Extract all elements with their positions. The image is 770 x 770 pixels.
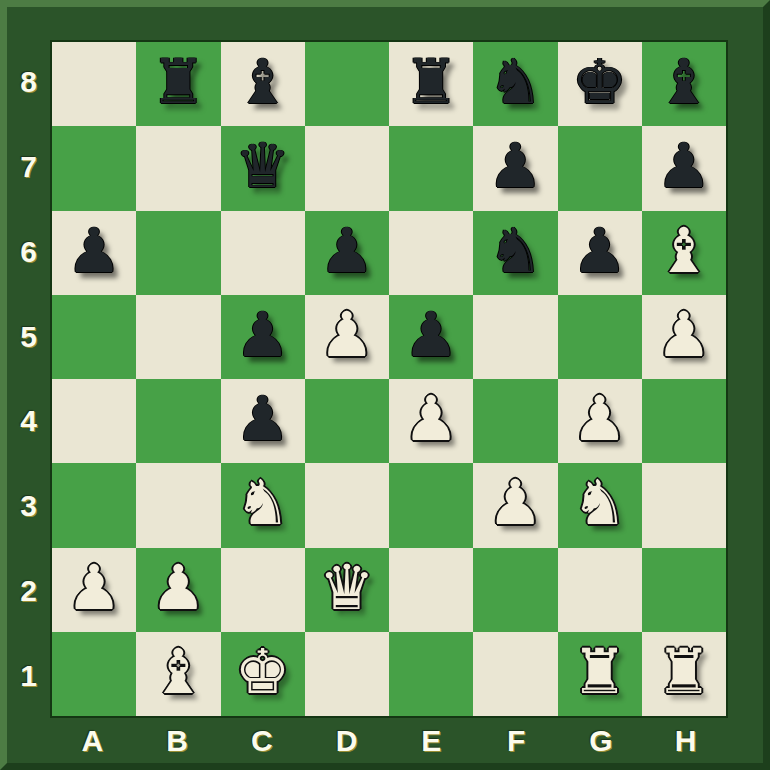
square-f1[interactable] bbox=[473, 632, 557, 716]
black-pawn-g6[interactable]: ♟ bbox=[572, 220, 628, 282]
rank-label-8: 8 bbox=[7, 40, 50, 125]
square-e7[interactable] bbox=[389, 126, 473, 210]
white-pawn-a2[interactable]: ♟ bbox=[66, 557, 122, 619]
square-f4[interactable] bbox=[473, 379, 557, 463]
square-g5[interactable] bbox=[558, 295, 642, 379]
white-rook-g1[interactable]: ♜ bbox=[572, 641, 628, 703]
rank-label-7: 7 bbox=[7, 125, 50, 210]
black-king-g8[interactable]: ♚ bbox=[572, 51, 628, 113]
square-b4[interactable] bbox=[136, 379, 220, 463]
square-c6[interactable] bbox=[221, 211, 305, 295]
square-a5[interactable] bbox=[52, 295, 136, 379]
square-b6[interactable] bbox=[136, 211, 220, 295]
black-rook-e8[interactable]: ♜ bbox=[403, 51, 459, 113]
white-knight-c3[interactable]: ♞ bbox=[235, 472, 291, 534]
rank-label-6: 6 bbox=[7, 210, 50, 295]
file-label-b: B bbox=[135, 718, 220, 763]
square-f6[interactable]: ♞ bbox=[473, 211, 557, 295]
square-d3[interactable] bbox=[305, 463, 389, 547]
chess-board: ♜♝♜♞♚♝♛♟♟♟♟♞♟♝♟♟♟♟♟♟♟♞♟♞♟♟♛♝♚♜♜ bbox=[50, 40, 728, 718]
black-knight-f8[interactable]: ♞ bbox=[488, 51, 544, 113]
square-h1[interactable]: ♜ bbox=[642, 632, 726, 716]
file-label-d: D bbox=[304, 718, 389, 763]
square-e2[interactable] bbox=[389, 548, 473, 632]
white-knight-g3[interactable]: ♞ bbox=[572, 472, 628, 534]
square-h3[interactable] bbox=[642, 463, 726, 547]
file-label-f: F bbox=[474, 718, 559, 763]
white-king-c1[interactable]: ♚ bbox=[235, 641, 291, 703]
square-f2[interactable] bbox=[473, 548, 557, 632]
white-pawn-b2[interactable]: ♟ bbox=[151, 557, 207, 619]
black-pawn-d6[interactable]: ♟ bbox=[319, 220, 375, 282]
square-h5[interactable]: ♟ bbox=[642, 295, 726, 379]
white-pawn-e4[interactable]: ♟ bbox=[403, 388, 459, 450]
square-g1[interactable]: ♜ bbox=[558, 632, 642, 716]
rank-label-2: 2 bbox=[7, 549, 50, 634]
square-g7[interactable] bbox=[558, 126, 642, 210]
white-pawn-g4[interactable]: ♟ bbox=[572, 388, 628, 450]
square-f7[interactable]: ♟ bbox=[473, 126, 557, 210]
square-h7[interactable]: ♟ bbox=[642, 126, 726, 210]
square-b7[interactable] bbox=[136, 126, 220, 210]
square-b5[interactable] bbox=[136, 295, 220, 379]
file-labels: A B C D E F G H bbox=[50, 718, 728, 763]
rank-label-5: 5 bbox=[7, 294, 50, 379]
square-f5[interactable] bbox=[473, 295, 557, 379]
square-h2[interactable] bbox=[642, 548, 726, 632]
black-queen-c7[interactable]: ♛ bbox=[235, 135, 291, 197]
white-bishop-b1[interactable]: ♝ bbox=[151, 641, 207, 703]
square-d2[interactable]: ♛ bbox=[305, 548, 389, 632]
black-pawn-e5[interactable]: ♟ bbox=[403, 304, 459, 366]
square-b1[interactable]: ♝ bbox=[136, 632, 220, 716]
square-a2[interactable]: ♟ bbox=[52, 548, 136, 632]
black-pawn-a6[interactable]: ♟ bbox=[66, 220, 122, 282]
square-h6[interactable]: ♝ bbox=[642, 211, 726, 295]
rank-label-3: 3 bbox=[7, 464, 50, 549]
square-b8[interactable]: ♜ bbox=[136, 42, 220, 126]
square-d8[interactable] bbox=[305, 42, 389, 126]
file-label-g: G bbox=[559, 718, 644, 763]
square-e5[interactable]: ♟ bbox=[389, 295, 473, 379]
square-g6[interactable]: ♟ bbox=[558, 211, 642, 295]
rank-label-1: 1 bbox=[7, 633, 50, 718]
square-a8[interactable] bbox=[52, 42, 136, 126]
file-label-a: A bbox=[50, 718, 135, 763]
white-queen-d2[interactable]: ♛ bbox=[319, 557, 375, 619]
rank-label-4: 4 bbox=[7, 379, 50, 464]
square-a4[interactable] bbox=[52, 379, 136, 463]
square-e4[interactable]: ♟ bbox=[389, 379, 473, 463]
black-pawn-f7[interactable]: ♟ bbox=[488, 135, 544, 197]
square-e1[interactable] bbox=[389, 632, 473, 716]
square-d4[interactable] bbox=[305, 379, 389, 463]
square-e6[interactable] bbox=[389, 211, 473, 295]
black-pawn-c4[interactable]: ♟ bbox=[235, 388, 291, 450]
square-d7[interactable] bbox=[305, 126, 389, 210]
square-c7[interactable]: ♛ bbox=[221, 126, 305, 210]
white-pawn-h5[interactable]: ♟ bbox=[656, 304, 712, 366]
square-g4[interactable]: ♟ bbox=[558, 379, 642, 463]
black-pawn-c5[interactable]: ♟ bbox=[235, 304, 291, 366]
square-a6[interactable]: ♟ bbox=[52, 211, 136, 295]
square-e8[interactable]: ♜ bbox=[389, 42, 473, 126]
square-c4[interactable]: ♟ bbox=[221, 379, 305, 463]
square-d1[interactable] bbox=[305, 632, 389, 716]
square-h8[interactable]: ♝ bbox=[642, 42, 726, 126]
rank-labels: 8 7 6 5 4 3 2 1 bbox=[7, 40, 50, 718]
file-label-c: C bbox=[220, 718, 305, 763]
black-pawn-h7[interactable]: ♟ bbox=[656, 135, 712, 197]
black-bishop-h8[interactable]: ♝ bbox=[656, 51, 712, 113]
file-label-h: H bbox=[643, 718, 728, 763]
square-d5[interactable]: ♟ bbox=[305, 295, 389, 379]
white-pawn-d5[interactable]: ♟ bbox=[319, 304, 375, 366]
square-a3[interactable] bbox=[52, 463, 136, 547]
square-a7[interactable] bbox=[52, 126, 136, 210]
square-g2[interactable] bbox=[558, 548, 642, 632]
white-pawn-f3[interactable]: ♟ bbox=[488, 472, 544, 534]
black-rook-b8[interactable]: ♜ bbox=[151, 51, 207, 113]
square-d6[interactable]: ♟ bbox=[305, 211, 389, 295]
square-c8[interactable]: ♝ bbox=[221, 42, 305, 126]
file-label-e: E bbox=[389, 718, 474, 763]
square-c5[interactable]: ♟ bbox=[221, 295, 305, 379]
white-bishop-h6[interactable]: ♝ bbox=[656, 220, 712, 282]
white-rook-h1[interactable]: ♜ bbox=[656, 641, 712, 703]
square-f3[interactable]: ♟ bbox=[473, 463, 557, 547]
black-bishop-c8[interactable]: ♝ bbox=[235, 51, 291, 113]
square-f8[interactable]: ♞ bbox=[473, 42, 557, 126]
square-b3[interactable] bbox=[136, 463, 220, 547]
square-b2[interactable]: ♟ bbox=[136, 548, 220, 632]
square-c1[interactable]: ♚ bbox=[221, 632, 305, 716]
square-g8[interactable]: ♚ bbox=[558, 42, 642, 126]
square-c3[interactable]: ♞ bbox=[221, 463, 305, 547]
square-h4[interactable] bbox=[642, 379, 726, 463]
square-a1[interactable] bbox=[52, 632, 136, 716]
black-knight-f6[interactable]: ♞ bbox=[488, 220, 544, 282]
board-frame: 8 7 6 5 4 3 2 1 ♜♝♜♞♚♝♛♟♟♟♟♞♟♝♟♟♟♟♟♟♟♞♟♞… bbox=[0, 0, 770, 770]
square-c2[interactable] bbox=[221, 548, 305, 632]
square-g3[interactable]: ♞ bbox=[558, 463, 642, 547]
square-e3[interactable] bbox=[389, 463, 473, 547]
